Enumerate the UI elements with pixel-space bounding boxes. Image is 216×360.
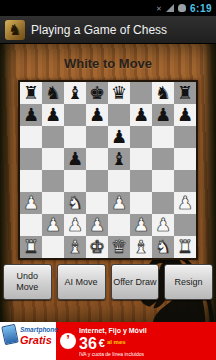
square-f8[interactable] [130, 82, 152, 104]
piece-black-knight: ♞ [45, 82, 61, 104]
status-bar: ✕ 6:19 [0, 0, 216, 16]
square-h7[interactable]: ♟ [174, 104, 196, 126]
piece-black-queen: ♛ [111, 82, 127, 104]
ad-price-period: al mes [107, 335, 126, 351]
square-f5[interactable] [130, 148, 152, 170]
square-f7[interactable]: ♟ [130, 104, 152, 126]
square-d7[interactable]: ♟ [86, 104, 108, 126]
square-g7[interactable]: ♟ [152, 104, 174, 126]
ad-banner: Smartphone Gratis ’ Internet, Fijo y Móv… [0, 322, 216, 360]
piece-white-knight: ♞ [67, 192, 83, 214]
ad-headline: Internet, Fijo y Móvil [79, 326, 212, 335]
ad-left-line2: Gratis [20, 334, 54, 347]
square-f3[interactable] [130, 192, 152, 214]
piece-black-king: ♚ [89, 82, 105, 104]
square-d6[interactable] [86, 126, 108, 148]
piece-white-pawn: ♟ [111, 192, 127, 214]
status-clock: 6:19 [190, 3, 212, 14]
action-buttons: Undo Move AI Move Offer Draw Resign [0, 260, 216, 300]
game-area: White to Move ♜♞♝♚♛♞♜♟♟♟♟♟♟♟♟♝♟♞♟♟♟♟♟♟♟♜… [0, 44, 216, 322]
square-h2[interactable] [174, 214, 196, 236]
ai-move-button[interactable]: AI Move [57, 264, 106, 300]
piece-white-pawn: ♟ [45, 214, 61, 236]
piece-white-bishop: ♝ [133, 236, 149, 258]
square-b5[interactable] [42, 148, 64, 170]
ad-fineprint: IVA y cuota de línea incluidos [79, 351, 212, 357]
piece-white-queen: ♛ [111, 236, 127, 258]
ad-right-block[interactable]: ’ Internet, Fijo y Móvil 36 € al mes IVA… [56, 322, 216, 360]
square-g6[interactable] [152, 126, 174, 148]
square-b3[interactable] [42, 192, 64, 214]
piece-black-bishop: ♝ [111, 148, 127, 170]
square-d5[interactable] [86, 148, 108, 170]
square-b2[interactable]: ♟ [42, 214, 64, 236]
piece-black-pawn: ♟ [111, 126, 127, 148]
square-g8[interactable]: ♞ [152, 82, 174, 104]
square-d8[interactable]: ♚ [86, 82, 108, 104]
square-b1[interactable] [42, 236, 64, 258]
piece-black-knight: ♞ [155, 82, 171, 104]
piece-black-pawn: ♟ [177, 104, 193, 126]
square-c3[interactable]: ♞ [64, 192, 86, 214]
square-a2[interactable] [20, 214, 42, 236]
square-b6[interactable] [42, 126, 64, 148]
piece-black-pawn: ♟ [23, 104, 39, 126]
square-d1[interactable]: ♚ [86, 236, 108, 258]
square-f4[interactable] [130, 170, 152, 192]
square-a1[interactable]: ♜ [20, 236, 42, 258]
ad-left-block[interactable]: Smartphone Gratis [0, 322, 56, 360]
square-f6[interactable] [130, 126, 152, 148]
square-g4[interactable] [152, 170, 174, 192]
square-f2[interactable]: ♟ [130, 214, 152, 236]
square-g5[interactable] [152, 148, 174, 170]
square-a7[interactable]: ♟ [20, 104, 42, 126]
square-e4[interactable] [108, 170, 130, 192]
piece-white-pawn: ♟ [133, 214, 149, 236]
square-c7[interactable] [64, 104, 86, 126]
square-c2[interactable]: ♟ [64, 214, 86, 236]
smartphone-icon [1, 324, 19, 345]
piece-black-rook: ♜ [23, 82, 39, 104]
square-g3[interactable] [152, 192, 174, 214]
square-d3[interactable] [86, 192, 108, 214]
square-e1[interactable]: ♛ [108, 236, 130, 258]
undo-move-button[interactable]: Undo Move [3, 264, 52, 300]
square-c1[interactable]: ♝ [64, 236, 86, 258]
piece-black-rook: ♜ [177, 82, 193, 104]
square-e6[interactable]: ♟ [108, 126, 130, 148]
square-h8[interactable]: ♜ [174, 82, 196, 104]
square-a4[interactable] [20, 170, 42, 192]
resign-button[interactable]: Resign [164, 264, 213, 300]
piece-white-pawn: ♟ [23, 192, 39, 214]
piece-white-pawn: ♟ [67, 214, 83, 236]
square-g2[interactable]: ♟ [152, 214, 174, 236]
square-c8[interactable]: ♝ [64, 82, 86, 104]
square-e5[interactable]: ♝ [108, 148, 130, 170]
ad-price: 36 [79, 336, 97, 351]
ad-left-line1: Smartphone [20, 326, 54, 334]
square-e8[interactable]: ♛ [108, 82, 130, 104]
piece-white-pawn: ♟ [177, 192, 193, 214]
alarm-icon [178, 4, 186, 12]
square-a6[interactable] [20, 126, 42, 148]
square-c6[interactable] [64, 126, 86, 148]
vodafone-logo: ’ [60, 333, 76, 349]
square-c4[interactable] [64, 170, 86, 192]
piece-black-pawn: ♟ [133, 104, 149, 126]
square-c5[interactable]: ♟ [64, 148, 86, 170]
piece-white-bishop: ♝ [67, 236, 83, 258]
square-a5[interactable] [20, 148, 42, 170]
square-d4[interactable] [86, 170, 108, 192]
turn-indicator: White to Move [0, 44, 216, 72]
square-h6[interactable] [174, 126, 196, 148]
piece-black-pawn: ♟ [155, 104, 171, 126]
ad-currency: € [99, 336, 105, 351]
square-e7[interactable] [108, 104, 130, 126]
square-e2[interactable] [108, 214, 130, 236]
square-h3[interactable]: ♟ [174, 192, 196, 214]
square-b4[interactable] [42, 170, 64, 192]
piece-black-bishop: ♝ [67, 82, 83, 104]
square-a3[interactable]: ♟ [20, 192, 42, 214]
title-bar: ♞ Playing a Game of Chess [0, 16, 216, 44]
signal-icon [166, 4, 174, 12]
square-e3[interactable]: ♟ [108, 192, 130, 214]
page-title: Playing a Game of Chess [31, 23, 167, 37]
square-h4[interactable] [174, 170, 196, 192]
square-a8[interactable]: ♜ [20, 82, 42, 104]
square-h5[interactable] [174, 148, 196, 170]
square-b7[interactable]: ♟ [42, 104, 64, 126]
piece-white-rook: ♜ [177, 236, 193, 258]
app-screen: ✕ 6:19 ♞ Playing a Game of Chess White t… [0, 0, 216, 360]
offer-draw-button[interactable]: Offer Draw [111, 264, 160, 300]
piece-black-pawn: ♟ [89, 104, 105, 126]
piece-white-knight: ♞ [155, 236, 171, 258]
chess-board: ♜♞♝♚♛♞♜♟♟♟♟♟♟♟♟♝♟♞♟♟♟♟♟♟♟♜♝♚♛♝♞♜ [18, 80, 198, 260]
piece-white-pawn: ♟ [155, 214, 171, 236]
square-f1[interactable]: ♝ [130, 236, 152, 258]
signal-x-icon: ✕ [156, 5, 162, 12]
square-d2[interactable]: ♟ [86, 214, 108, 236]
piece-black-pawn: ♟ [67, 148, 83, 170]
piece-white-pawn: ♟ [89, 214, 105, 236]
piece-black-pawn: ♟ [45, 104, 61, 126]
square-h1[interactable]: ♜ [174, 236, 196, 258]
square-b8[interactable]: ♞ [42, 82, 64, 104]
square-g1[interactable]: ♞ [152, 236, 174, 258]
piece-white-rook: ♜ [23, 236, 39, 258]
knight-icon[interactable]: ♞ [5, 20, 25, 40]
piece-white-king: ♚ [89, 236, 105, 258]
